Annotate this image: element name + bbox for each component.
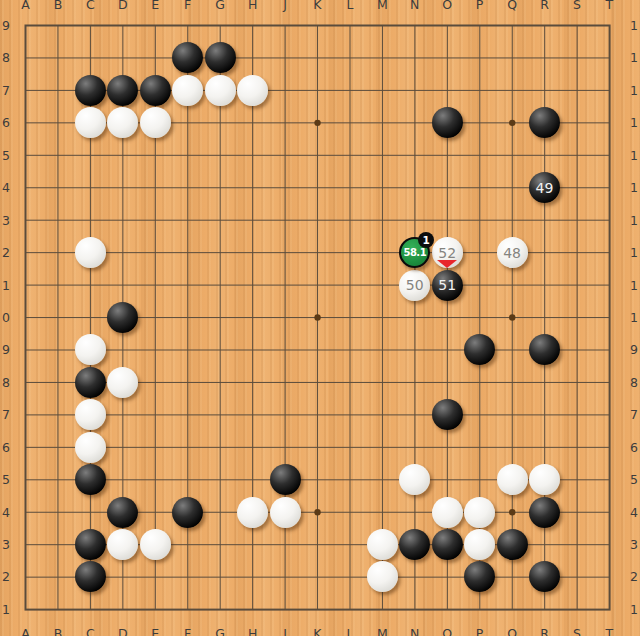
stone-white[interactable] [140,107,171,138]
intersection[interactable] [528,204,560,236]
intersection[interactable] [431,171,463,203]
intersection[interactable] [463,9,495,41]
intersection[interactable] [593,269,625,301]
intersection[interactable] [334,74,366,106]
intersection[interactable] [74,431,106,463]
intersection[interactable] [204,42,236,74]
intersection[interactable] [334,269,366,301]
intersection[interactable] [561,269,593,301]
intersection[interactable] [171,561,203,593]
intersection[interactable] [269,9,301,41]
intersection[interactable] [593,463,625,495]
stone-black[interactable] [464,334,495,365]
intersection[interactable] [561,366,593,398]
intersection[interactable] [139,107,171,139]
intersection[interactable]: 48 [496,236,528,268]
intersection[interactable] [334,561,366,593]
intersection[interactable] [431,528,463,560]
intersection[interactable] [204,593,236,625]
intersection[interactable] [107,593,139,625]
intersection[interactable] [399,42,431,74]
stone-black[interactable] [270,464,301,495]
intersection[interactable] [366,236,398,268]
intersection[interactable] [42,74,74,106]
stone-black[interactable] [172,42,203,73]
intersection[interactable] [301,236,333,268]
intersection[interactable] [593,593,625,625]
intersection[interactable] [204,431,236,463]
stone-black[interactable] [464,561,495,592]
intersection[interactable] [9,528,41,560]
intersection[interactable] [301,107,333,139]
intersection[interactable] [171,301,203,333]
intersection[interactable] [496,301,528,333]
intersection[interactable] [366,528,398,560]
intersection[interactable] [528,301,560,333]
intersection[interactable] [236,171,268,203]
stone-white[interactable] [75,432,106,463]
intersection[interactable] [42,561,74,593]
intersection[interactable] [204,399,236,431]
intersection[interactable] [74,463,106,495]
intersection[interactable] [74,399,106,431]
intersection[interactable] [139,236,171,268]
intersection[interactable] [463,366,495,398]
intersection[interactable] [171,269,203,301]
intersection[interactable] [593,171,625,203]
intersection[interactable] [463,171,495,203]
intersection[interactable] [236,334,268,366]
intersection[interactable] [107,399,139,431]
intersection[interactable] [269,204,301,236]
intersection[interactable] [171,528,203,560]
intersection[interactable] [593,496,625,528]
intersection[interactable] [269,561,301,593]
intersection[interactable] [107,236,139,268]
intersection[interactable] [204,139,236,171]
intersection[interactable] [334,107,366,139]
intersection[interactable] [204,561,236,593]
stone-black[interactable] [140,75,171,106]
intersection[interactable] [74,171,106,203]
intersection[interactable] [139,431,171,463]
intersection[interactable] [9,139,41,171]
intersection[interactable] [431,366,463,398]
stone-white[interactable] [432,497,463,528]
intersection[interactable] [269,42,301,74]
intersection[interactable] [236,269,268,301]
intersection[interactable] [496,9,528,41]
intersection[interactable] [334,9,366,41]
intersection[interactable] [561,528,593,560]
stone-black[interactable] [432,399,463,430]
intersection[interactable] [463,204,495,236]
intersection[interactable] [269,334,301,366]
intersection[interactable] [9,463,41,495]
intersection[interactable] [366,42,398,74]
intersection[interactable] [171,139,203,171]
intersection[interactable] [42,528,74,560]
stone-white[interactable] [75,237,106,268]
intersection[interactable] [301,561,333,593]
intersection[interactable] [236,528,268,560]
intersection[interactable] [204,269,236,301]
intersection[interactable] [107,463,139,495]
intersection[interactable] [366,171,398,203]
intersection[interactable] [139,528,171,560]
intersection[interactable] [236,9,268,41]
intersection[interactable] [269,301,301,333]
intersection[interactable] [9,74,41,106]
intersection[interactable] [561,42,593,74]
intersection[interactable] [334,366,366,398]
intersection[interactable] [366,9,398,41]
intersection[interactable] [463,107,495,139]
intersection[interactable] [74,74,106,106]
intersection[interactable] [107,107,139,139]
intersection[interactable] [593,204,625,236]
intersection[interactable] [561,139,593,171]
intersection[interactable] [269,236,301,268]
intersection[interactable] [74,107,106,139]
intersection[interactable] [366,463,398,495]
intersection[interactable] [301,528,333,560]
intersection[interactable] [269,366,301,398]
stone-white[interactable]: 50 [399,270,430,301]
intersection[interactable] [528,463,560,495]
intersection[interactable] [496,204,528,236]
intersection[interactable] [366,301,398,333]
intersection[interactable] [496,74,528,106]
intersection[interactable] [236,74,268,106]
stone-white[interactable]: 52 [432,237,463,268]
intersection[interactable] [9,204,41,236]
intersection[interactable] [269,431,301,463]
stone-white[interactable] [529,464,560,495]
ai-suggestion[interactable]: 58.11 [399,237,430,268]
intersection[interactable] [561,431,593,463]
intersection[interactable] [269,528,301,560]
intersection[interactable] [236,42,268,74]
intersection[interactable] [561,74,593,106]
intersection[interactable] [431,107,463,139]
intersection[interactable] [496,463,528,495]
intersection[interactable] [366,74,398,106]
intersection[interactable] [528,496,560,528]
stone-black[interactable]: 51 [432,270,463,301]
stone-black[interactable]: 49 [529,172,560,203]
intersection[interactable] [204,236,236,268]
intersection[interactable] [301,204,333,236]
intersection[interactable] [463,561,495,593]
intersection[interactable] [496,42,528,74]
intersection[interactable] [463,431,495,463]
intersection[interactable] [204,463,236,495]
intersection[interactable] [301,74,333,106]
intersection[interactable] [9,269,41,301]
intersection[interactable] [236,107,268,139]
intersection[interactable] [301,301,333,333]
stone-white[interactable] [237,497,268,528]
stone-white[interactable]: 48 [497,237,528,268]
intersection[interactable] [204,496,236,528]
intersection[interactable] [107,301,139,333]
intersection[interactable] [593,528,625,560]
intersection[interactable] [9,431,41,463]
intersection[interactable] [399,107,431,139]
intersection[interactable] [139,593,171,625]
intersection[interactable] [107,171,139,203]
intersection[interactable] [107,9,139,41]
intersection[interactable] [301,269,333,301]
stone-black[interactable] [432,107,463,138]
intersection[interactable] [269,269,301,301]
intersection[interactable] [107,42,139,74]
intersection[interactable] [171,171,203,203]
stone-white[interactable] [205,75,236,106]
intersection[interactable] [366,139,398,171]
intersection[interactable] [528,561,560,593]
stone-white[interactable] [107,529,138,560]
intersection[interactable]: 50 [399,269,431,301]
intersection[interactable] [431,204,463,236]
intersection[interactable] [74,528,106,560]
intersection[interactable] [431,496,463,528]
intersection[interactable] [528,431,560,463]
intersection[interactable] [301,399,333,431]
intersection[interactable] [463,236,495,268]
intersection[interactable] [204,9,236,41]
intersection[interactable] [204,74,236,106]
stone-black[interactable] [529,497,560,528]
intersection[interactable] [74,301,106,333]
intersection[interactable]: 52 [431,236,463,268]
intersection[interactable] [107,496,139,528]
intersection[interactable] [269,74,301,106]
intersection[interactable] [528,366,560,398]
intersection[interactable] [561,593,593,625]
intersection[interactable] [9,42,41,74]
intersection[interactable] [171,74,203,106]
intersection[interactable] [593,366,625,398]
intersection[interactable] [9,107,41,139]
intersection[interactable] [171,107,203,139]
stone-black[interactable] [75,529,106,560]
intersection[interactable] [107,139,139,171]
stone-black[interactable] [172,497,203,528]
intersection[interactable] [204,334,236,366]
intersection[interactable] [334,334,366,366]
intersection[interactable] [9,496,41,528]
intersection[interactable] [463,496,495,528]
intersection[interactable] [399,561,431,593]
intersection[interactable] [171,236,203,268]
intersection[interactable] [334,171,366,203]
intersection[interactable] [593,399,625,431]
intersection[interactable] [496,139,528,171]
intersection[interactable] [366,496,398,528]
intersection[interactable] [399,9,431,41]
intersection[interactable] [107,269,139,301]
intersection[interactable] [139,269,171,301]
intersection[interactable] [236,301,268,333]
intersection[interactable] [334,139,366,171]
intersection[interactable] [74,561,106,593]
intersection[interactable] [496,496,528,528]
stone-white[interactable] [75,334,106,365]
intersection[interactable] [107,334,139,366]
intersection[interactable] [593,74,625,106]
intersection[interactable] [496,269,528,301]
intersection[interactable] [463,463,495,495]
intersection[interactable] [496,528,528,560]
intersection[interactable] [431,9,463,41]
stone-black[interactable] [75,367,106,398]
intersection[interactable] [334,42,366,74]
stone-white[interactable] [140,529,171,560]
intersection[interactable] [334,431,366,463]
intersection[interactable] [139,204,171,236]
intersection[interactable] [463,74,495,106]
intersection[interactable] [171,334,203,366]
intersection[interactable] [399,463,431,495]
intersection[interactable] [561,171,593,203]
intersection[interactable] [9,366,41,398]
intersection[interactable] [561,301,593,333]
intersection[interactable] [399,74,431,106]
intersection[interactable] [496,334,528,366]
intersection[interactable] [236,496,268,528]
intersection[interactable] [42,107,74,139]
intersection[interactable] [236,366,268,398]
intersection[interactable] [107,431,139,463]
intersection[interactable] [236,139,268,171]
intersection[interactable] [399,528,431,560]
intersection[interactable] [74,269,106,301]
stone-white[interactable] [75,107,106,138]
intersection[interactable] [269,107,301,139]
intersection[interactable] [399,301,431,333]
intersection[interactable] [204,204,236,236]
intersection[interactable] [528,236,560,268]
intersection[interactable] [236,399,268,431]
intersection[interactable] [561,334,593,366]
intersection[interactable] [139,366,171,398]
intersection[interactable] [334,593,366,625]
intersection[interactable] [139,399,171,431]
intersection[interactable] [171,366,203,398]
intersection[interactable] [74,334,106,366]
intersection[interactable] [561,399,593,431]
intersection[interactable] [269,139,301,171]
intersection[interactable] [463,593,495,625]
stone-white[interactable] [497,464,528,495]
intersection[interactable] [236,431,268,463]
stone-white[interactable] [75,399,106,430]
stone-black[interactable] [399,529,430,560]
intersection[interactable] [496,399,528,431]
intersection[interactable] [561,107,593,139]
intersection[interactable] [204,528,236,560]
intersection[interactable] [399,139,431,171]
intersection[interactable] [431,301,463,333]
intersection[interactable] [399,399,431,431]
intersection[interactable] [9,399,41,431]
stone-white[interactable] [270,497,301,528]
intersection[interactable] [431,463,463,495]
intersection[interactable] [366,204,398,236]
intersection[interactable] [9,236,41,268]
intersection[interactable] [236,463,268,495]
intersection[interactable] [496,107,528,139]
intersection[interactable] [366,561,398,593]
stone-black[interactable] [529,561,560,592]
intersection[interactable] [463,399,495,431]
intersection[interactable] [561,463,593,495]
intersection[interactable] [593,561,625,593]
intersection[interactable] [139,561,171,593]
intersection[interactable] [42,236,74,268]
intersection[interactable] [236,204,268,236]
intersection[interactable] [593,42,625,74]
intersection[interactable] [139,171,171,203]
intersection[interactable] [528,528,560,560]
intersection[interactable] [528,269,560,301]
intersection[interactable] [171,204,203,236]
intersection[interactable] [561,496,593,528]
intersection[interactable] [463,42,495,74]
intersection[interactable] [366,107,398,139]
intersection[interactable] [42,171,74,203]
intersection[interactable] [42,463,74,495]
intersection[interactable] [301,139,333,171]
intersection[interactable] [301,9,333,41]
intersection[interactable] [107,561,139,593]
intersection[interactable] [301,171,333,203]
intersection[interactable] [204,171,236,203]
intersection[interactable] [528,593,560,625]
intersection[interactable] [9,301,41,333]
stone-black[interactable] [75,464,106,495]
intersection[interactable] [107,366,139,398]
intersection[interactable] [74,42,106,74]
intersection[interactable] [496,593,528,625]
intersection[interactable] [334,204,366,236]
intersection[interactable] [561,204,593,236]
intersection[interactable] [593,139,625,171]
intersection[interactable] [431,42,463,74]
intersection[interactable]: 49 [528,171,560,203]
intersection[interactable] [366,366,398,398]
intersection[interactable] [204,107,236,139]
intersection[interactable] [496,366,528,398]
intersection[interactable] [269,496,301,528]
intersection[interactable] [301,334,333,366]
intersection[interactable] [171,593,203,625]
intersection[interactable] [204,366,236,398]
intersection[interactable] [269,171,301,203]
intersection[interactable] [593,334,625,366]
intersection[interactable] [463,269,495,301]
intersection[interactable] [42,204,74,236]
intersection[interactable] [204,301,236,333]
intersection[interactable] [171,496,203,528]
intersection[interactable] [74,593,106,625]
intersection[interactable] [269,593,301,625]
intersection[interactable] [334,528,366,560]
stone-black[interactable] [75,75,106,106]
intersection[interactable] [42,42,74,74]
